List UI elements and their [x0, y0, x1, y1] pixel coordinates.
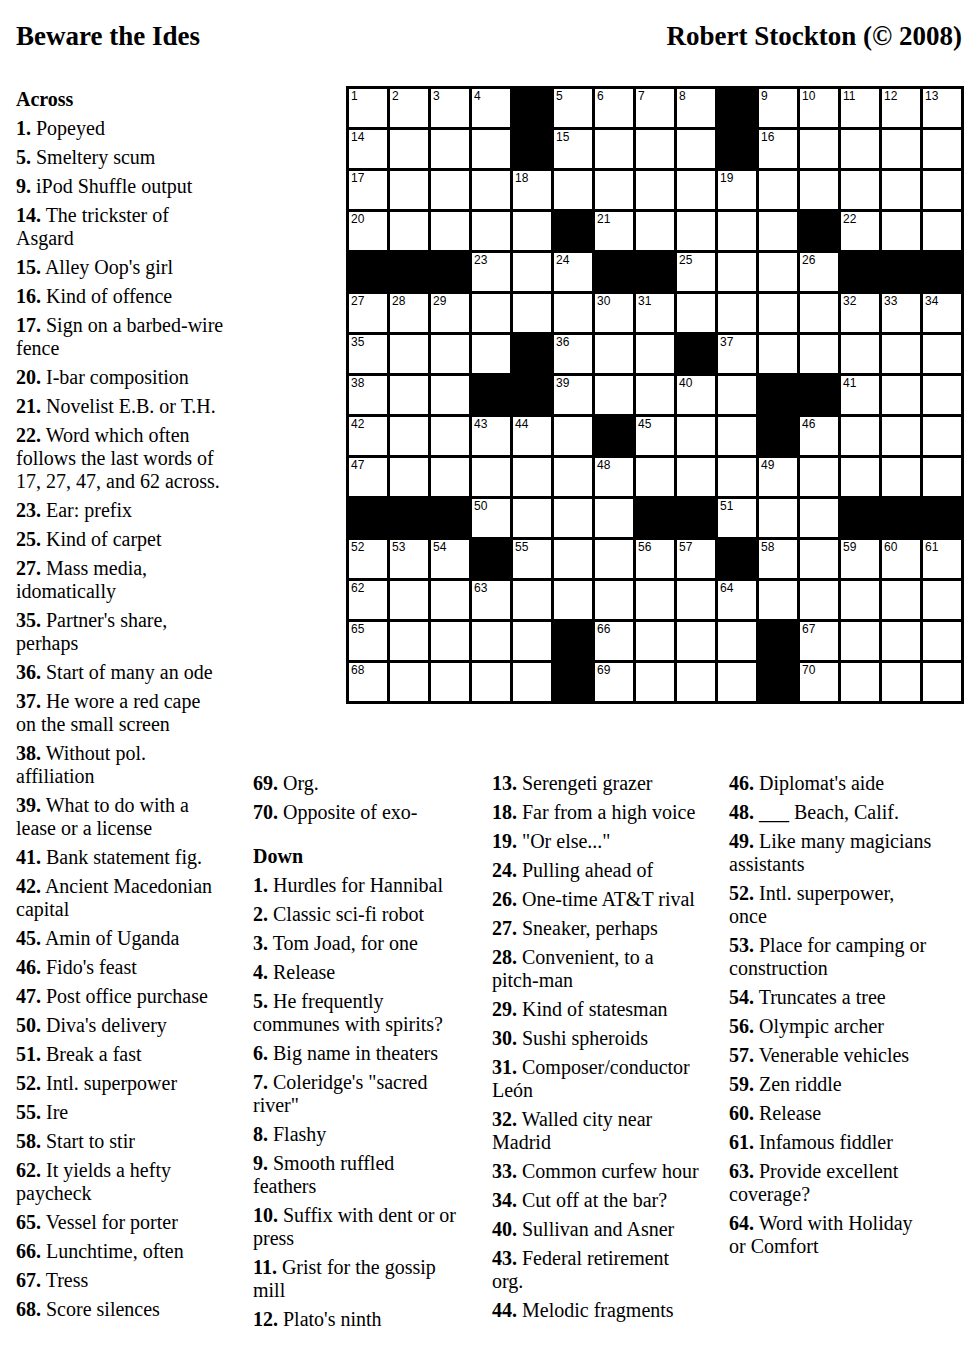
clue-number: 58.: [16, 1130, 41, 1152]
cell-r3c3[interactable]: [431, 171, 469, 209]
cell-r1c9[interactable]: 8: [677, 89, 715, 127]
cell-r7c3[interactable]: [431, 335, 469, 373]
cell-r6c7[interactable]: 30: [595, 294, 633, 332]
clue-down-1: 1. Hurdles for Hannibal: [253, 874, 478, 897]
cell-number: 12: [884, 89, 897, 103]
cell-r3c14[interactable]: [882, 171, 920, 209]
cell-number: 15: [556, 130, 569, 144]
cell-number: 13: [925, 89, 938, 103]
cell-r13c5[interactable]: [513, 581, 551, 619]
cell-r9c5[interactable]: 44: [513, 417, 551, 455]
cell-r1c7[interactable]: 6: [595, 89, 633, 127]
cell-r7c2[interactable]: [390, 335, 428, 373]
cell-number: 6: [597, 89, 604, 103]
cell-r6c9[interactable]: [677, 294, 715, 332]
cell-r14c15[interactable]: [923, 622, 961, 660]
cell-r12c6[interactable]: [554, 540, 592, 578]
cell-number: 1: [351, 89, 358, 103]
clue-number: 64.: [729, 1212, 754, 1234]
cell-r8c6[interactable]: 39: [554, 376, 592, 414]
crossword-grid: 1234567891011121314151617181920212223242…: [346, 86, 964, 704]
cell-r7c12[interactable]: [800, 335, 838, 373]
cell-r1c13[interactable]: 11: [841, 89, 879, 127]
black-cell-r9c11: [759, 417, 797, 455]
clue-across-47: 47. Post office purchase: [16, 985, 251, 1008]
clue-down-4: 4. Release: [253, 961, 478, 984]
clue-across-67: 67. Tress: [16, 1269, 251, 1292]
cell-number: 35: [351, 335, 364, 349]
cell-r10c9[interactable]: [677, 458, 715, 496]
cell-r6c11[interactable]: [759, 294, 797, 332]
cell-r13c11[interactable]: [759, 581, 797, 619]
cell-r13c3[interactable]: [431, 581, 469, 619]
cell-number: 28: [392, 294, 405, 308]
black-cell-r5c7: [595, 253, 633, 291]
cell-r9c15[interactable]: [923, 417, 961, 455]
cell-r10c12[interactable]: [800, 458, 838, 496]
cell-r12c5[interactable]: 55: [513, 540, 551, 578]
clue-down-56: 56. Olympic archer: [729, 1015, 976, 1038]
black-cell-r7c9: [677, 335, 715, 373]
cell-r10c8[interactable]: [636, 458, 674, 496]
cell-r7c11[interactable]: [759, 335, 797, 373]
clue-number: 24.: [492, 859, 517, 881]
clue-number: 62.: [16, 1159, 41, 1181]
cell-r8c3[interactable]: [431, 376, 469, 414]
cell-r13c9[interactable]: [677, 581, 715, 619]
cell-r8c8[interactable]: [636, 376, 674, 414]
cell-r4c9[interactable]: [677, 212, 715, 250]
clue-number: 54.: [729, 986, 754, 1008]
clue-number: 70.: [253, 801, 278, 823]
clue-down-8: 8. Flashy: [253, 1123, 478, 1146]
cell-r6c6[interactable]: [554, 294, 592, 332]
clue-number: 66.: [16, 1240, 41, 1262]
cell-r6c1[interactable]: 27: [349, 294, 387, 332]
cell-r2c6[interactable]: 15: [554, 130, 592, 168]
cell-number: 29: [433, 294, 446, 308]
black-cell-r11c13: [841, 499, 879, 537]
cell-r10c5[interactable]: [513, 458, 551, 496]
cell-r3c4[interactable]: [472, 171, 510, 209]
cell-r11c5[interactable]: [513, 499, 551, 537]
cell-r12c12[interactable]: [800, 540, 838, 578]
cell-r13c12[interactable]: [800, 581, 838, 619]
cell-r2c8[interactable]: [636, 130, 674, 168]
clue-across-50: 50. Diva's delivery: [16, 1014, 251, 1037]
cell-number: 69: [597, 663, 610, 677]
clue-number: 34.: [492, 1189, 517, 1211]
cell-r13c13[interactable]: [841, 581, 879, 619]
cell-r15c2[interactable]: [390, 663, 428, 701]
cell-r14c12[interactable]: 67: [800, 622, 838, 660]
clue-number: 29.: [492, 998, 517, 1020]
clue-number: 44.: [492, 1299, 517, 1321]
black-cell-r5c15: [923, 253, 961, 291]
cell-r3c5[interactable]: 18: [513, 171, 551, 209]
cell-number: 49: [761, 458, 774, 472]
cell-r1c8[interactable]: 7: [636, 89, 674, 127]
clue-column-3: 13. Serengeti grazer18. Far from a high …: [492, 772, 722, 1328]
cell-r8c7[interactable]: [595, 376, 633, 414]
cell-r10c11[interactable]: 49: [759, 458, 797, 496]
cell-r15c1[interactable]: 68: [349, 663, 387, 701]
clue-number: 45.: [16, 927, 41, 949]
cell-r12c7[interactable]: [595, 540, 633, 578]
cell-r5c11[interactable]: [759, 253, 797, 291]
cell-r1c4[interactable]: 4: [472, 89, 510, 127]
clue-number: 37.: [16, 690, 41, 712]
clue-across-45: 45. Amin of Uganda: [16, 927, 251, 950]
cell-r4c7[interactable]: 21: [595, 212, 633, 250]
cell-r10c15[interactable]: [923, 458, 961, 496]
cell-r14c2[interactable]: [390, 622, 428, 660]
cell-r6c15[interactable]: 34: [923, 294, 961, 332]
cell-r15c8[interactable]: [636, 663, 674, 701]
cell-r13c10[interactable]: 64: [718, 581, 756, 619]
clue-number: 55.: [16, 1101, 41, 1123]
cell-r10c3[interactable]: [431, 458, 469, 496]
cell-r7c10[interactable]: 37: [718, 335, 756, 373]
cell-r15c10[interactable]: [718, 663, 756, 701]
cell-r3c7[interactable]: [595, 171, 633, 209]
cell-r12c2[interactable]: 53: [390, 540, 428, 578]
cell-r14c5[interactable]: [513, 622, 551, 660]
cell-r9c12[interactable]: 46: [800, 417, 838, 455]
cell-r12c14[interactable]: 60: [882, 540, 920, 578]
cell-r7c13[interactable]: [841, 335, 879, 373]
cell-r9c2[interactable]: [390, 417, 428, 455]
cell-r14c14[interactable]: [882, 622, 920, 660]
cell-r9c10[interactable]: [718, 417, 756, 455]
cell-r4c1[interactable]: 20: [349, 212, 387, 250]
cell-number: 32: [843, 294, 856, 308]
cell-r14c13[interactable]: [841, 622, 879, 660]
cell-r9c9[interactable]: [677, 417, 715, 455]
cell-r2c1[interactable]: 14: [349, 130, 387, 168]
cell-r8c9[interactable]: 40: [677, 376, 715, 414]
clue-number: 27.: [492, 917, 517, 939]
cell-number: 27: [351, 294, 364, 308]
cell-r2c4[interactable]: [472, 130, 510, 168]
cell-r11c11[interactable]: [759, 499, 797, 537]
cell-r6c3[interactable]: 29: [431, 294, 469, 332]
cell-r10c14[interactable]: [882, 458, 920, 496]
cell-r10c7[interactable]: 48: [595, 458, 633, 496]
clue-number: 46.: [16, 956, 41, 978]
cell-r2c14[interactable]: [882, 130, 920, 168]
cell-r15c4[interactable]: [472, 663, 510, 701]
clue-across-66: 66. Lunchtime, often: [16, 1240, 251, 1263]
cell-r13c14[interactable]: [882, 581, 920, 619]
clue-down-57: 57. Venerable vehicles: [729, 1044, 976, 1067]
cell-r3c8[interactable]: [636, 171, 674, 209]
cell-r10c10[interactable]: [718, 458, 756, 496]
cell-r3c13[interactable]: [841, 171, 879, 209]
clue-number: 63.: [729, 1160, 754, 1182]
cell-r8c15[interactable]: [923, 376, 961, 414]
cell-r8c2[interactable]: [390, 376, 428, 414]
cell-r3c2[interactable]: [390, 171, 428, 209]
clue-down-6: 6. Big name in theaters: [253, 1042, 478, 1065]
cell-r5c10[interactable]: [718, 253, 756, 291]
down-heading: Down: [253, 845, 478, 868]
cell-r3c10[interactable]: 19: [718, 171, 756, 209]
cell-number: 14: [351, 130, 364, 144]
cell-r7c6[interactable]: 36: [554, 335, 592, 373]
cell-number: 43: [474, 417, 487, 431]
cell-number: 50: [474, 499, 487, 513]
black-cell-r8c12: [800, 376, 838, 414]
cell-r9c13[interactable]: [841, 417, 879, 455]
cell-r9c6[interactable]: [554, 417, 592, 455]
cell-r8c13[interactable]: 41: [841, 376, 879, 414]
cell-r6c13[interactable]: 32: [841, 294, 879, 332]
cell-r1c15[interactable]: 13: [923, 89, 961, 127]
cell-number: 45: [638, 417, 651, 431]
cell-r3c12[interactable]: [800, 171, 838, 209]
cell-r3c6[interactable]: [554, 171, 592, 209]
clue-down-31: 31. Composer/conductor León: [492, 1056, 722, 1102]
clue-number: 35.: [16, 609, 41, 631]
cell-r15c13[interactable]: [841, 663, 879, 701]
cell-r11c7[interactable]: [595, 499, 633, 537]
clue-across-70: 70. Opposite of exo-: [253, 801, 478, 824]
black-cell-r8c4: [472, 376, 510, 414]
cell-r14c7[interactable]: 66: [595, 622, 633, 660]
cell-r1c14[interactable]: 12: [882, 89, 920, 127]
cell-r7c7[interactable]: [595, 335, 633, 373]
black-cell-r8c11: [759, 376, 797, 414]
cell-r14c4[interactable]: [472, 622, 510, 660]
cell-number: 44: [515, 417, 528, 431]
cell-r10c4[interactable]: [472, 458, 510, 496]
cell-number: 68: [351, 663, 364, 677]
cell-number: 42: [351, 417, 364, 431]
black-cell-r5c8: [636, 253, 674, 291]
cell-r15c14[interactable]: [882, 663, 920, 701]
cell-r13c2[interactable]: [390, 581, 428, 619]
clue-down-13: 13. Serengeti grazer: [492, 772, 722, 795]
cell-r7c14[interactable]: [882, 335, 920, 373]
cell-number: 57: [679, 540, 692, 554]
cell-r1c6[interactable]: 5: [554, 89, 592, 127]
cell-r15c3[interactable]: [431, 663, 469, 701]
cell-r15c7[interactable]: 69: [595, 663, 633, 701]
cell-r6c12[interactable]: [800, 294, 838, 332]
cell-r4c11[interactable]: [759, 212, 797, 250]
cell-r4c15[interactable]: [923, 212, 961, 250]
cell-r5c4[interactable]: 23: [472, 253, 510, 291]
cell-r14c1[interactable]: 65: [349, 622, 387, 660]
cell-r12c9[interactable]: 57: [677, 540, 715, 578]
cell-r12c15[interactable]: 61: [923, 540, 961, 578]
cell-r6c8[interactable]: 31: [636, 294, 674, 332]
cell-r13c1[interactable]: 62: [349, 581, 387, 619]
cell-number: 38: [351, 376, 364, 390]
cell-r4c3[interactable]: [431, 212, 469, 250]
clue-down-48: 48. ___ Beach, Calif.: [729, 801, 976, 824]
clue-across-15: 15. Alley Oop's girl: [16, 256, 251, 279]
cell-r9c1[interactable]: 42: [349, 417, 387, 455]
cell-r4c5[interactable]: [513, 212, 551, 250]
clue-number: 25.: [16, 528, 41, 550]
cell-r3c15[interactable]: [923, 171, 961, 209]
clue-across-58: 58. Start to stir: [16, 1130, 251, 1153]
cell-r13c7[interactable]: [595, 581, 633, 619]
clue-number: 9.: [253, 1152, 268, 1174]
cell-r1c12[interactable]: 10: [800, 89, 838, 127]
clue-across-68: 68. Score silences: [16, 1298, 251, 1321]
cell-r4c10[interactable]: [718, 212, 756, 250]
cell-r2c13[interactable]: [841, 130, 879, 168]
black-cell-r1c10: [718, 89, 756, 127]
cell-r4c14[interactable]: [882, 212, 920, 250]
clue-number: 43.: [492, 1247, 517, 1269]
cell-number: 21: [597, 212, 610, 226]
clue-number: 42.: [16, 875, 41, 897]
cell-r14c8[interactable]: [636, 622, 674, 660]
clue-down-53: 53. Place for camping or construction: [729, 934, 976, 980]
cell-r6c10[interactable]: [718, 294, 756, 332]
cell-r5c12[interactable]: 26: [800, 253, 838, 291]
cell-r13c4[interactable]: 63: [472, 581, 510, 619]
clue-number: 1.: [253, 874, 268, 896]
black-cell-r11c14: [882, 499, 920, 537]
cell-r2c12[interactable]: [800, 130, 838, 168]
cell-r4c8[interactable]: [636, 212, 674, 250]
cell-r7c15[interactable]: [923, 335, 961, 373]
cell-number: 37: [720, 335, 733, 349]
black-cell-r12c4: [472, 540, 510, 578]
cell-r6c2[interactable]: 28: [390, 294, 428, 332]
cell-r4c4[interactable]: [472, 212, 510, 250]
cell-r11c12[interactable]: [800, 499, 838, 537]
cell-r11c4[interactable]: 50: [472, 499, 510, 537]
clue-down-29: 29. Kind of statesman: [492, 998, 722, 1021]
cell-r13c6[interactable]: [554, 581, 592, 619]
cell-r15c15[interactable]: [923, 663, 961, 701]
cell-r15c9[interactable]: [677, 663, 715, 701]
cell-number: 17: [351, 171, 364, 185]
cell-number: 65: [351, 622, 364, 636]
cell-r5c9[interactable]: 25: [677, 253, 715, 291]
clue-number: 49.: [729, 830, 754, 852]
cell-r8c1[interactable]: 38: [349, 376, 387, 414]
cell-r3c1[interactable]: 17: [349, 171, 387, 209]
clue-number: 7.: [253, 1071, 268, 1093]
clue-across-36: 36. Start of many an ode: [16, 661, 251, 684]
clue-down-5: 5. He frequently communes with spirits?: [253, 990, 478, 1036]
clue-down-18: 18. Far from a high voice: [492, 801, 722, 824]
cell-r14c9[interactable]: [677, 622, 715, 660]
cell-r4c13[interactable]: 22: [841, 212, 879, 250]
cell-r2c2[interactable]: [390, 130, 428, 168]
cell-r2c11[interactable]: 16: [759, 130, 797, 168]
clue-across-25: 25. Kind of carpet: [16, 528, 251, 551]
cell-r6c4[interactable]: [472, 294, 510, 332]
cell-r12c13[interactable]: 59: [841, 540, 879, 578]
cell-r10c6[interactable]: [554, 458, 592, 496]
clue-down-7: 7. Coleridge's "sacred river": [253, 1071, 478, 1117]
cell-r5c6[interactable]: 24: [554, 253, 592, 291]
cell-r11c10[interactable]: 51: [718, 499, 756, 537]
cell-r14c3[interactable]: [431, 622, 469, 660]
cell-r1c2[interactable]: 2: [390, 89, 428, 127]
clue-down-30: 30. Sushi spheroids: [492, 1027, 722, 1050]
cell-r9c14[interactable]: [882, 417, 920, 455]
clue-across-21: 21. Novelist E.B. or T.H.: [16, 395, 251, 418]
cell-r7c1[interactable]: 35: [349, 335, 387, 373]
cell-r13c8[interactable]: [636, 581, 674, 619]
clue-number: 1.: [16, 117, 31, 139]
cell-r7c8[interactable]: [636, 335, 674, 373]
clue-down-9: 9. Smooth ruffled feathers: [253, 1152, 478, 1198]
cell-r12c1[interactable]: 52: [349, 540, 387, 578]
cell-r10c2[interactable]: [390, 458, 428, 496]
clue-down-10: 10. Suffix with dent or or press: [253, 1204, 478, 1250]
black-cell-r11c15: [923, 499, 961, 537]
cell-r8c14[interactable]: [882, 376, 920, 414]
cell-r1c1[interactable]: 1: [349, 89, 387, 127]
black-cell-r4c6: [554, 212, 592, 250]
cell-r12c11[interactable]: 58: [759, 540, 797, 578]
cell-r15c12[interactable]: 70: [800, 663, 838, 701]
cell-r5c5[interactable]: [513, 253, 551, 291]
clue-number: 12.: [253, 1308, 278, 1330]
cell-r1c11[interactable]: 9: [759, 89, 797, 127]
cell-r2c9[interactable]: [677, 130, 715, 168]
clue-number: 22.: [16, 424, 41, 446]
cell-r12c8[interactable]: 56: [636, 540, 674, 578]
cell-r1c3[interactable]: 3: [431, 89, 469, 127]
cell-r3c11[interactable]: [759, 171, 797, 209]
cell-number: 39: [556, 376, 569, 390]
black-cell-r5c14: [882, 253, 920, 291]
clue-number: 60.: [729, 1102, 754, 1124]
clue-number: 15.: [16, 256, 41, 278]
cell-r10c13[interactable]: [841, 458, 879, 496]
black-cell-r11c2: [390, 499, 428, 537]
cell-r6c14[interactable]: 33: [882, 294, 920, 332]
cell-r10c1[interactable]: 47: [349, 458, 387, 496]
clue-across-14: 14. The trickster of Asgard: [16, 204, 251, 250]
clue-across-1: 1. Popeyed: [16, 117, 251, 140]
cell-r3c9[interactable]: [677, 171, 715, 209]
cell-number: 63: [474, 581, 487, 595]
clue-number: 46.: [729, 772, 754, 794]
cell-r9c3[interactable]: [431, 417, 469, 455]
cell-r12c3[interactable]: 54: [431, 540, 469, 578]
cell-r2c3[interactable]: [431, 130, 469, 168]
cell-r9c8[interactable]: 45: [636, 417, 674, 455]
cell-r14c10[interactable]: [718, 622, 756, 660]
cell-r7c4[interactable]: [472, 335, 510, 373]
cell-r8c10[interactable]: [718, 376, 756, 414]
cell-r6c5[interactable]: [513, 294, 551, 332]
cell-r13c15[interactable]: [923, 581, 961, 619]
black-cell-r2c5: [513, 130, 551, 168]
cell-r4c2[interactable]: [390, 212, 428, 250]
cell-r15c5[interactable]: [513, 663, 551, 701]
cell-r2c7[interactable]: [595, 130, 633, 168]
cell-r11c6[interactable]: [554, 499, 592, 537]
clue-number: 20.: [16, 366, 41, 388]
cell-r9c4[interactable]: 43: [472, 417, 510, 455]
black-cell-r5c13: [841, 253, 879, 291]
clue-number: 65.: [16, 1211, 41, 1233]
cell-r2c15[interactable]: [923, 130, 961, 168]
